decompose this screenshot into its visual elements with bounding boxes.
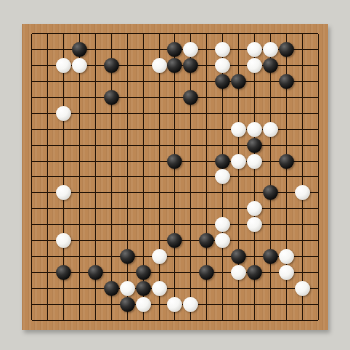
board-point-r13[interactable] bbox=[294, 121, 310, 137]
board-point-e17[interactable] bbox=[88, 58, 104, 74]
board-point-m9[interactable] bbox=[215, 185, 231, 201]
board-point-a5[interactable] bbox=[24, 249, 40, 265]
board-point-l19[interactable] bbox=[199, 26, 215, 42]
board-point-o18[interactable]: ○ bbox=[247, 42, 263, 58]
board-point-l9[interactable] bbox=[199, 185, 215, 201]
board-point-d19[interactable] bbox=[72, 26, 88, 42]
board-point-n4[interactable]: ○ bbox=[231, 264, 247, 280]
board-point-c7[interactable] bbox=[56, 217, 72, 233]
board-point-l1[interactable] bbox=[199, 312, 215, 328]
board-point-f12[interactable] bbox=[103, 137, 119, 153]
board-point-h19[interactable] bbox=[135, 26, 151, 42]
board-point-i19[interactable] bbox=[151, 26, 167, 42]
board-point-a2[interactable] bbox=[24, 296, 40, 312]
board-point-c17[interactable]: ○ bbox=[56, 58, 72, 74]
board-point-l12[interactable] bbox=[199, 137, 215, 153]
board-point-p3[interactable] bbox=[262, 280, 278, 296]
board-point-b1[interactable] bbox=[40, 312, 56, 328]
board-point-j8[interactable] bbox=[167, 201, 183, 217]
board-point-c11[interactable] bbox=[56, 153, 72, 169]
board-point-j16[interactable] bbox=[167, 74, 183, 90]
board-point-e8[interactable] bbox=[88, 201, 104, 217]
board-point-m7[interactable]: ○ bbox=[215, 217, 231, 233]
board-point-j7[interactable] bbox=[167, 217, 183, 233]
board-point-n1[interactable] bbox=[231, 312, 247, 328]
board-point-j11[interactable]: ● bbox=[167, 153, 183, 169]
board-point-l15[interactable] bbox=[199, 90, 215, 106]
board-point-p10[interactable] bbox=[262, 169, 278, 185]
board-point-f6[interactable] bbox=[103, 233, 119, 249]
board-point-h3[interactable]: ● bbox=[135, 280, 151, 296]
board-point-g5[interactable]: ● bbox=[119, 249, 135, 265]
board-point-o2[interactable] bbox=[247, 296, 263, 312]
board-point-h4[interactable]: ● bbox=[135, 264, 151, 280]
board-point-d3[interactable] bbox=[72, 280, 88, 296]
board-point-s3[interactable] bbox=[310, 280, 326, 296]
board-point-o7[interactable]: ○ bbox=[247, 217, 263, 233]
board-point-n19[interactable] bbox=[231, 26, 247, 42]
board-point-e11[interactable] bbox=[88, 153, 104, 169]
board-point-d13[interactable] bbox=[72, 121, 88, 137]
board-point-i4[interactable] bbox=[151, 264, 167, 280]
board-point-e9[interactable] bbox=[88, 185, 104, 201]
board-point-b19[interactable] bbox=[40, 26, 56, 42]
board-point-g18[interactable] bbox=[119, 42, 135, 58]
board-point-h18[interactable] bbox=[135, 42, 151, 58]
board-point-n9[interactable] bbox=[231, 185, 247, 201]
board-point-m8[interactable] bbox=[215, 201, 231, 217]
board-point-f15[interactable]: ● bbox=[103, 90, 119, 106]
board-point-s18[interactable] bbox=[310, 42, 326, 58]
board-point-f19[interactable] bbox=[103, 26, 119, 42]
board-point-n18[interactable] bbox=[231, 42, 247, 58]
board-point-l13[interactable] bbox=[199, 121, 215, 137]
board-point-e10[interactable] bbox=[88, 169, 104, 185]
board-point-k6[interactable] bbox=[183, 233, 199, 249]
board-point-e6[interactable] bbox=[88, 233, 104, 249]
board-point-a10[interactable] bbox=[24, 169, 40, 185]
board-point-c19[interactable] bbox=[56, 26, 72, 42]
board-point-g7[interactable] bbox=[119, 217, 135, 233]
board-point-b10[interactable] bbox=[40, 169, 56, 185]
board-point-r3[interactable]: ○ bbox=[294, 280, 310, 296]
board-point-n6[interactable] bbox=[231, 233, 247, 249]
board-point-l2[interactable] bbox=[199, 296, 215, 312]
board-point-e13[interactable] bbox=[88, 121, 104, 137]
board-point-d1[interactable] bbox=[72, 312, 88, 328]
board-point-s2[interactable] bbox=[310, 296, 326, 312]
board-point-c13[interactable] bbox=[56, 121, 72, 137]
board-point-o12[interactable]: ● bbox=[247, 137, 263, 153]
board-point-i16[interactable] bbox=[151, 74, 167, 90]
board-point-h7[interactable] bbox=[135, 217, 151, 233]
board-point-a11[interactable] bbox=[24, 153, 40, 169]
board-point-s10[interactable] bbox=[310, 169, 326, 185]
board-point-j9[interactable] bbox=[167, 185, 183, 201]
board-point-k5[interactable] bbox=[183, 249, 199, 265]
board-point-k11[interactable] bbox=[183, 153, 199, 169]
board-point-p6[interactable] bbox=[262, 233, 278, 249]
board-point-k8[interactable] bbox=[183, 201, 199, 217]
board-point-a19[interactable] bbox=[24, 26, 40, 42]
board-point-f2[interactable] bbox=[103, 296, 119, 312]
board-point-q19[interactable] bbox=[278, 26, 294, 42]
board-point-q5[interactable]: ○ bbox=[278, 249, 294, 265]
board-point-l17[interactable] bbox=[199, 58, 215, 74]
board-point-b14[interactable] bbox=[40, 105, 56, 121]
board-point-a14[interactable] bbox=[24, 105, 40, 121]
board-point-d17[interactable]: ○ bbox=[72, 58, 88, 74]
board-point-d5[interactable] bbox=[72, 249, 88, 265]
board-point-p4[interactable] bbox=[262, 264, 278, 280]
board-point-l14[interactable] bbox=[199, 105, 215, 121]
board-point-r5[interactable] bbox=[294, 249, 310, 265]
board-point-o8[interactable]: ○ bbox=[247, 201, 263, 217]
board-point-b16[interactable] bbox=[40, 74, 56, 90]
board-point-r10[interactable] bbox=[294, 169, 310, 185]
board-point-i12[interactable] bbox=[151, 137, 167, 153]
board-point-r15[interactable] bbox=[294, 90, 310, 106]
board-point-r16[interactable] bbox=[294, 74, 310, 90]
board-point-c3[interactable] bbox=[56, 280, 72, 296]
board-point-q7[interactable] bbox=[278, 217, 294, 233]
board-point-s4[interactable] bbox=[310, 264, 326, 280]
board-point-k7[interactable] bbox=[183, 217, 199, 233]
board-point-f18[interactable] bbox=[103, 42, 119, 58]
board-point-c6[interactable]: ○ bbox=[56, 233, 72, 249]
board-point-b5[interactable] bbox=[40, 249, 56, 265]
board-point-s17[interactable] bbox=[310, 58, 326, 74]
board-point-s13[interactable] bbox=[310, 121, 326, 137]
board-point-m17[interactable]: ○ bbox=[215, 58, 231, 74]
board-point-e4[interactable]: ● bbox=[88, 264, 104, 280]
board-point-f1[interactable] bbox=[103, 312, 119, 328]
board-point-j15[interactable] bbox=[167, 90, 183, 106]
board-point-r8[interactable] bbox=[294, 201, 310, 217]
board-point-h13[interactable] bbox=[135, 121, 151, 137]
board-point-r4[interactable] bbox=[294, 264, 310, 280]
board-point-g6[interactable] bbox=[119, 233, 135, 249]
board-point-b15[interactable] bbox=[40, 90, 56, 106]
board-point-q8[interactable] bbox=[278, 201, 294, 217]
board-point-h10[interactable] bbox=[135, 169, 151, 185]
board-point-o9[interactable] bbox=[247, 185, 263, 201]
board-point-s15[interactable] bbox=[310, 90, 326, 106]
board-point-g4[interactable] bbox=[119, 264, 135, 280]
board-point-j2[interactable]: ○ bbox=[167, 296, 183, 312]
board-point-e7[interactable] bbox=[88, 217, 104, 233]
board-point-o17[interactable]: ○ bbox=[247, 58, 263, 74]
board-point-o11[interactable]: ○ bbox=[247, 153, 263, 169]
board-point-m14[interactable] bbox=[215, 105, 231, 121]
board-point-g17[interactable] bbox=[119, 58, 135, 74]
board-point-l11[interactable] bbox=[199, 153, 215, 169]
board-point-r12[interactable] bbox=[294, 137, 310, 153]
board-point-k18[interactable]: ○ bbox=[183, 42, 199, 58]
board-point-p7[interactable] bbox=[262, 217, 278, 233]
board-point-b18[interactable] bbox=[40, 42, 56, 58]
board-point-e19[interactable] bbox=[88, 26, 104, 42]
board-point-d11[interactable] bbox=[72, 153, 88, 169]
board-point-c18[interactable] bbox=[56, 42, 72, 58]
board-point-r18[interactable] bbox=[294, 42, 310, 58]
board-point-i18[interactable] bbox=[151, 42, 167, 58]
board-point-f5[interactable] bbox=[103, 249, 119, 265]
board-point-a7[interactable] bbox=[24, 217, 40, 233]
board-point-a8[interactable] bbox=[24, 201, 40, 217]
board-point-e1[interactable] bbox=[88, 312, 104, 328]
board-point-p2[interactable] bbox=[262, 296, 278, 312]
board-point-p15[interactable] bbox=[262, 90, 278, 106]
board-point-c4[interactable]: ● bbox=[56, 264, 72, 280]
board-point-d7[interactable] bbox=[72, 217, 88, 233]
board-point-k13[interactable] bbox=[183, 121, 199, 137]
board-point-n15[interactable] bbox=[231, 90, 247, 106]
board-point-o5[interactable] bbox=[247, 249, 263, 265]
board-point-i10[interactable] bbox=[151, 169, 167, 185]
board-point-m6[interactable]: ○ bbox=[215, 233, 231, 249]
board-point-l4[interactable]: ● bbox=[199, 264, 215, 280]
board-point-a1[interactable] bbox=[24, 312, 40, 328]
board-point-c8[interactable] bbox=[56, 201, 72, 217]
board-point-c9[interactable]: ○ bbox=[56, 185, 72, 201]
board-point-a4[interactable] bbox=[24, 264, 40, 280]
board-point-m19[interactable] bbox=[215, 26, 231, 42]
board-point-q4[interactable]: ○ bbox=[278, 264, 294, 280]
board-point-f3[interactable]: ● bbox=[103, 280, 119, 296]
board-point-a6[interactable] bbox=[24, 233, 40, 249]
board-point-h16[interactable] bbox=[135, 74, 151, 90]
board-point-p12[interactable] bbox=[262, 137, 278, 153]
board-point-f9[interactable] bbox=[103, 185, 119, 201]
board-point-o10[interactable] bbox=[247, 169, 263, 185]
board-point-r7[interactable] bbox=[294, 217, 310, 233]
board-point-m1[interactable] bbox=[215, 312, 231, 328]
board-point-c16[interactable] bbox=[56, 74, 72, 90]
board-point-j18[interactable]: ● bbox=[167, 42, 183, 58]
board-point-j12[interactable] bbox=[167, 137, 183, 153]
board-point-m13[interactable] bbox=[215, 121, 231, 137]
board-point-f8[interactable] bbox=[103, 201, 119, 217]
board-point-d6[interactable] bbox=[72, 233, 88, 249]
board-point-o1[interactable] bbox=[247, 312, 263, 328]
board-point-f7[interactable] bbox=[103, 217, 119, 233]
board-point-k19[interactable] bbox=[183, 26, 199, 42]
board-point-p17[interactable]: ● bbox=[262, 58, 278, 74]
board-point-m2[interactable] bbox=[215, 296, 231, 312]
board-point-j5[interactable] bbox=[167, 249, 183, 265]
board-point-d2[interactable] bbox=[72, 296, 88, 312]
board-point-n8[interactable] bbox=[231, 201, 247, 217]
board-point-j14[interactable] bbox=[167, 105, 183, 121]
board-point-o14[interactable] bbox=[247, 105, 263, 121]
board-point-e15[interactable] bbox=[88, 90, 104, 106]
board-point-k9[interactable] bbox=[183, 185, 199, 201]
board-point-k16[interactable] bbox=[183, 74, 199, 90]
board-point-n12[interactable] bbox=[231, 137, 247, 153]
board-point-q11[interactable]: ● bbox=[278, 153, 294, 169]
board-point-c10[interactable] bbox=[56, 169, 72, 185]
board-point-h14[interactable] bbox=[135, 105, 151, 121]
board-point-i1[interactable] bbox=[151, 312, 167, 328]
board-point-i17[interactable]: ○ bbox=[151, 58, 167, 74]
board-point-i2[interactable] bbox=[151, 296, 167, 312]
board-point-j6[interactable]: ● bbox=[167, 233, 183, 249]
board-point-f11[interactable] bbox=[103, 153, 119, 169]
board-point-g11[interactable] bbox=[119, 153, 135, 169]
board-point-g12[interactable] bbox=[119, 137, 135, 153]
board-point-e14[interactable] bbox=[88, 105, 104, 121]
board-point-l7[interactable] bbox=[199, 217, 215, 233]
board-point-h15[interactable] bbox=[135, 90, 151, 106]
board-point-j3[interactable] bbox=[167, 280, 183, 296]
board-point-g16[interactable] bbox=[119, 74, 135, 90]
board-point-q6[interactable] bbox=[278, 233, 294, 249]
board-point-l10[interactable] bbox=[199, 169, 215, 185]
board-point-i8[interactable] bbox=[151, 201, 167, 217]
board-point-q17[interactable] bbox=[278, 58, 294, 74]
board-point-r2[interactable] bbox=[294, 296, 310, 312]
board-point-i5[interactable]: ○ bbox=[151, 249, 167, 265]
board-point-n13[interactable]: ○ bbox=[231, 121, 247, 137]
board-point-r19[interactable] bbox=[294, 26, 310, 42]
board-point-c12[interactable] bbox=[56, 137, 72, 153]
board-point-i3[interactable]: ○ bbox=[151, 280, 167, 296]
board-point-p19[interactable] bbox=[262, 26, 278, 42]
board-point-g3[interactable]: ○ bbox=[119, 280, 135, 296]
board-point-o13[interactable]: ○ bbox=[247, 121, 263, 137]
board-point-r9[interactable]: ○ bbox=[294, 185, 310, 201]
board-point-o15[interactable] bbox=[247, 90, 263, 106]
board-point-a15[interactable] bbox=[24, 90, 40, 106]
board-point-m15[interactable] bbox=[215, 90, 231, 106]
board-point-p14[interactable] bbox=[262, 105, 278, 121]
board-point-q3[interactable] bbox=[278, 280, 294, 296]
board-point-h12[interactable] bbox=[135, 137, 151, 153]
board-point-q12[interactable] bbox=[278, 137, 294, 153]
board-point-r14[interactable] bbox=[294, 105, 310, 121]
board-point-s6[interactable] bbox=[310, 233, 326, 249]
board-point-g10[interactable] bbox=[119, 169, 135, 185]
board-point-q10[interactable] bbox=[278, 169, 294, 185]
board-point-s16[interactable] bbox=[310, 74, 326, 90]
board-point-n10[interactable] bbox=[231, 169, 247, 185]
board-point-l8[interactable] bbox=[199, 201, 215, 217]
board-point-o3[interactable] bbox=[247, 280, 263, 296]
board-point-p9[interactable]: ● bbox=[262, 185, 278, 201]
board-point-q2[interactable] bbox=[278, 296, 294, 312]
board-point-j10[interactable] bbox=[167, 169, 183, 185]
board-point-p18[interactable]: ○ bbox=[262, 42, 278, 58]
board-point-g13[interactable] bbox=[119, 121, 135, 137]
board-point-d8[interactable] bbox=[72, 201, 88, 217]
board-point-b3[interactable] bbox=[40, 280, 56, 296]
board-point-p5[interactable]: ● bbox=[262, 249, 278, 265]
board-point-n17[interactable] bbox=[231, 58, 247, 74]
board-point-e18[interactable] bbox=[88, 42, 104, 58]
board-point-b7[interactable] bbox=[40, 217, 56, 233]
board-point-p8[interactable] bbox=[262, 201, 278, 217]
board-point-g9[interactable] bbox=[119, 185, 135, 201]
board-point-b11[interactable] bbox=[40, 153, 56, 169]
board-point-q15[interactable] bbox=[278, 90, 294, 106]
board-point-i11[interactable] bbox=[151, 153, 167, 169]
board-point-d14[interactable] bbox=[72, 105, 88, 121]
board-point-g14[interactable] bbox=[119, 105, 135, 121]
board-point-k2[interactable]: ○ bbox=[183, 296, 199, 312]
board-point-c14[interactable]: ○ bbox=[56, 105, 72, 121]
board-point-i7[interactable] bbox=[151, 217, 167, 233]
board-point-a9[interactable] bbox=[24, 185, 40, 201]
board-point-s7[interactable] bbox=[310, 217, 326, 233]
board-point-r17[interactable] bbox=[294, 58, 310, 74]
board-point-n3[interactable] bbox=[231, 280, 247, 296]
board-point-s1[interactable] bbox=[310, 312, 326, 328]
board-point-n14[interactable] bbox=[231, 105, 247, 121]
board-point-j1[interactable] bbox=[167, 312, 183, 328]
board-point-m18[interactable]: ○ bbox=[215, 42, 231, 58]
board-point-p16[interactable] bbox=[262, 74, 278, 90]
board-point-h11[interactable] bbox=[135, 153, 151, 169]
board-point-s12[interactable] bbox=[310, 137, 326, 153]
board-point-g15[interactable] bbox=[119, 90, 135, 106]
board-point-e5[interactable] bbox=[88, 249, 104, 265]
board-point-q14[interactable] bbox=[278, 105, 294, 121]
board-point-l5[interactable] bbox=[199, 249, 215, 265]
board-point-e16[interactable] bbox=[88, 74, 104, 90]
board-point-b8[interactable] bbox=[40, 201, 56, 217]
board-point-n7[interactable] bbox=[231, 217, 247, 233]
board-point-r11[interactable] bbox=[294, 153, 310, 169]
board-point-q13[interactable] bbox=[278, 121, 294, 137]
board-point-k1[interactable] bbox=[183, 312, 199, 328]
board-point-b2[interactable] bbox=[40, 296, 56, 312]
board-point-n2[interactable] bbox=[231, 296, 247, 312]
board-point-o16[interactable] bbox=[247, 74, 263, 90]
board-point-s5[interactable] bbox=[310, 249, 326, 265]
board-point-g8[interactable] bbox=[119, 201, 135, 217]
board-point-b13[interactable] bbox=[40, 121, 56, 137]
board-point-f4[interactable] bbox=[103, 264, 119, 280]
board-point-s9[interactable] bbox=[310, 185, 326, 201]
board-point-b17[interactable] bbox=[40, 58, 56, 74]
board-point-m10[interactable]: ○ bbox=[215, 169, 231, 185]
board-point-a18[interactable] bbox=[24, 42, 40, 58]
board-point-j13[interactable] bbox=[167, 121, 183, 137]
board-point-g2[interactable]: ● bbox=[119, 296, 135, 312]
board-point-l18[interactable] bbox=[199, 42, 215, 58]
board-point-e3[interactable] bbox=[88, 280, 104, 296]
board-point-h9[interactable] bbox=[135, 185, 151, 201]
board-point-h8[interactable] bbox=[135, 201, 151, 217]
board-point-d4[interactable] bbox=[72, 264, 88, 280]
board-point-e12[interactable] bbox=[88, 137, 104, 153]
board-point-f13[interactable] bbox=[103, 121, 119, 137]
board-point-g19[interactable] bbox=[119, 26, 135, 42]
board-point-i9[interactable] bbox=[151, 185, 167, 201]
board-point-k3[interactable] bbox=[183, 280, 199, 296]
board-point-o6[interactable] bbox=[247, 233, 263, 249]
board-point-h6[interactable] bbox=[135, 233, 151, 249]
board-point-i13[interactable] bbox=[151, 121, 167, 137]
board-point-a3[interactable] bbox=[24, 280, 40, 296]
board-point-k4[interactable] bbox=[183, 264, 199, 280]
board-point-b12[interactable] bbox=[40, 137, 56, 153]
board-point-c15[interactable] bbox=[56, 90, 72, 106]
board-point-q18[interactable]: ● bbox=[278, 42, 294, 58]
board-point-m11[interactable]: ● bbox=[215, 153, 231, 169]
board-point-k14[interactable] bbox=[183, 105, 199, 121]
